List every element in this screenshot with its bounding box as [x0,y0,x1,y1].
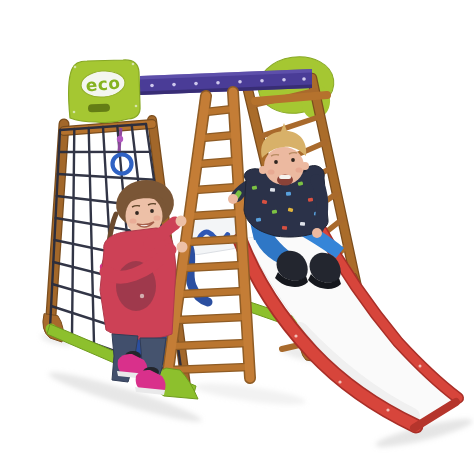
eco-badge-panel: eco [69,60,140,123]
girl-hand-upper [176,216,187,227]
product-photo: eco [0,0,474,474]
eco-badge-text: eco [85,73,121,96]
boy-left-arm [316,180,322,228]
front-ladder [166,92,250,386]
play-gym-scene: eco [0,0,474,474]
boy-left-hand [312,228,322,238]
panel-handle-slot [88,104,110,113]
boy-right-hand [228,194,238,204]
girl-hand-lower [177,242,188,253]
